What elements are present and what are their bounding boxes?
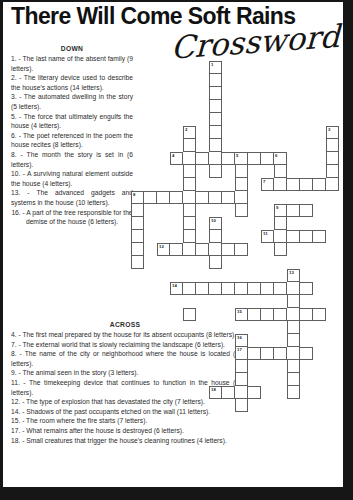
grid-cell[interactable] [209,87,222,100]
clue-item: 3. - The automated dwelling in the story… [11,92,133,111]
grid-cell[interactable] [287,230,300,243]
grid-cell[interactable] [183,308,196,321]
down-clue-list: 1. - The last name of the absent family … [11,54,133,227]
grid-cell[interactable] [326,139,339,152]
clue-item: 5. - The force that ultimately engulfs t… [11,112,133,131]
grid-cell[interactable] [300,308,313,321]
grid-cell[interactable]: 2 [183,126,196,139]
grid-cell[interactable] [300,178,313,191]
grid-cell[interactable] [183,217,196,230]
grid-cell[interactable] [209,100,222,113]
grid-cell[interactable] [261,347,274,360]
clue-number-label: 17 [237,347,242,352]
grid-cell[interactable] [248,308,261,321]
clue-number-label: 3 [328,127,330,132]
grid-cell[interactable] [144,191,157,204]
grid-cell[interactable]: 17 [235,347,248,360]
grid-cell[interactable] [222,282,235,295]
grid-cell[interactable]: 5 [235,152,248,165]
grid-cell[interactable]: 1 [209,61,222,74]
grid-cell[interactable] [274,230,287,243]
clue-item: 16. - A part of the tree responsible for… [11,208,133,227]
grid-cell[interactable] [131,243,144,256]
grid-cell[interactable] [196,243,209,256]
grid-cell[interactable] [131,230,144,243]
grid-cell[interactable] [209,113,222,126]
grid-cell[interactable] [287,204,300,217]
grid-cell[interactable]: 3 [326,126,339,139]
grid-cell[interactable]: 18 [209,386,222,399]
clue-number-label: 5 [236,153,238,158]
grid-cell[interactable] [287,386,300,399]
grid-cell[interactable] [183,204,196,217]
grid-cell[interactable] [261,152,274,165]
clue-item: 13. - The advanced gadgets and systems i… [11,188,133,207]
grid-cell[interactable] [131,204,144,217]
grid-cell[interactable]: 16 [235,334,248,347]
grid-cell[interactable] [274,308,287,321]
grid-cell[interactable] [183,230,196,243]
grid-cell[interactable] [183,152,196,165]
grid-cell[interactable] [235,191,248,204]
grid-cell[interactable] [235,243,248,256]
clue-number-label: 15 [237,309,242,314]
grid-cell[interactable] [183,282,196,295]
grid-cell[interactable] [287,347,300,360]
down-header: DOWN [11,44,133,54]
grid-cell[interactable] [248,386,261,399]
grid-cell[interactable] [287,282,300,295]
grid-cell[interactable]: 6 [274,152,287,165]
grid-cell[interactable] [326,165,339,178]
grid-cell[interactable] [209,243,222,256]
grid-cell[interactable] [248,152,261,165]
clue-number-label: 9 [276,205,278,210]
grid-cell[interactable] [209,139,222,152]
grid-cell[interactable] [300,230,313,243]
grid-cell[interactable] [235,399,248,412]
grid-cell[interactable] [287,334,300,347]
grid-cell[interactable] [313,308,326,321]
clue-number-label: 2 [185,127,187,132]
crossword-grid: 123456789101112131415161718 [131,61,339,412]
clue-item: 18. - Small creatures that trigger the h… [11,436,239,446]
clue-number-label: 10 [211,218,216,223]
worksheet-canvas: { "game": "crossword", "title": "There W… [0,0,353,500]
clue-number-label: 7 [263,179,265,184]
clue-number-label: 1 [211,62,213,67]
grid-cell[interactable] [235,178,248,191]
grid-cell[interactable] [157,191,170,204]
grid-cell[interactable] [209,191,222,204]
grid-cell[interactable]: 7 [261,178,274,191]
grid-cell[interactable] [326,178,339,191]
grid-cell[interactable] [170,191,183,204]
grid-cell[interactable] [313,178,326,191]
grid-cell[interactable] [235,386,248,399]
grid-cell[interactable] [300,347,313,360]
grid-cell[interactable] [274,347,287,360]
clue-number-label: 18 [211,387,216,392]
grid-cell[interactable] [196,191,209,204]
clue-number-label: 6 [275,153,277,158]
clue-item: 2. - The literary device used to describ… [11,73,133,92]
grid-cell[interactable] [196,152,209,165]
grid-cell[interactable] [274,243,287,256]
grid-cell[interactable] [274,282,287,295]
grid-cell[interactable] [209,230,222,243]
clue-number-label: 11 [263,231,268,236]
grid-cell[interactable] [209,165,222,178]
clue-number-label: 8 [133,192,135,197]
clue-item: 15. - The room where the fire starts (7 … [11,416,239,426]
grid-cell[interactable] [261,308,274,321]
clue-number-label: 13 [289,270,294,275]
grid-cell[interactable] [235,373,248,386]
grid-cell[interactable] [209,282,222,295]
grid-cell[interactable] [183,243,196,256]
grid-cell[interactable] [131,256,144,269]
grid-cell[interactable] [183,191,196,204]
grid-cell[interactable] [222,386,235,399]
grid-cell[interactable] [300,204,313,217]
grid-cell[interactable] [222,152,235,165]
grid-cell[interactable] [209,126,222,139]
grid-cell[interactable]: 11 [261,230,274,243]
worksheet-page: There Will Come Soft Rains Crossword DOW… [3,2,343,487]
grid-cell[interactable]: 9 [274,204,287,217]
clue-number-label: 12 [159,244,164,249]
grid-cell[interactable] [300,282,313,295]
grid-cell[interactable]: 12 [157,243,170,256]
grid-cell[interactable] [183,178,196,191]
grid-cell[interactable]: 10 [209,217,222,230]
grid-cell[interactable] [313,230,326,243]
clue-item: 17. - What remains after the house is de… [11,426,239,436]
grid-cell[interactable] [326,152,339,165]
down-clues-section: DOWN 1. - The last name of the absent fa… [11,44,133,227]
grid-cell[interactable] [209,256,222,269]
grid-cell[interactable] [183,165,196,178]
clue-item: 8. - The month the story is set in (6 le… [11,150,133,169]
grid-cell[interactable] [287,321,300,334]
grid-cell[interactable]: 13 [287,269,300,282]
grid-cell[interactable] [222,243,235,256]
grid-cell[interactable]: 8 [131,191,144,204]
grid-cell[interactable] [287,360,300,373]
grid-cell[interactable] [261,282,274,295]
grid-cell[interactable] [287,373,300,386]
clue-number-label: 16 [237,335,242,340]
grid-cell[interactable] [248,282,261,295]
grid-cell[interactable] [274,217,287,230]
grid-cell[interactable]: 4 [170,152,183,165]
grid-cell[interactable] [196,282,209,295]
clue-number-label: 4 [172,153,174,158]
grid-cell[interactable] [235,204,248,217]
grid-cell[interactable] [248,347,261,360]
grid-cell[interactable] [287,295,300,308]
grid-cell[interactable] [183,139,196,152]
grid-cell[interactable] [274,178,287,191]
clue-number-label: 14 [172,283,177,288]
grid-cell[interactable] [235,165,248,178]
grid-cell[interactable] [287,308,300,321]
grid-cell[interactable] [222,191,235,204]
clue-item: 1. - The last name of the absent family … [11,54,133,73]
clue-item: 10. - A surviving natural element outsid… [11,169,133,188]
grid-cell[interactable] [131,217,144,230]
grid-cell[interactable] [170,243,183,256]
grid-cell[interactable] [235,282,248,295]
grid-cell[interactable] [209,152,222,165]
grid-cell[interactable] [209,74,222,87]
grid-cell[interactable] [274,165,287,178]
grid-cell[interactable] [235,360,248,373]
clue-item: 6. - The poet referenced in the poem the… [11,131,133,150]
grid-cell[interactable]: 15 [235,308,248,321]
grid-cell[interactable] [287,178,300,191]
grid-cell[interactable]: 14 [170,282,183,295]
